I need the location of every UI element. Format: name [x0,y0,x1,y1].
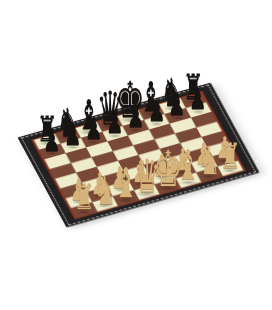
chess-board [18,83,260,228]
product-photo-canvas: ♜♞♝♛♚♝♞♜♟♟♟♟♟♟♟♟♟♟♟♟♟♟♟♟♜♞♝♛♚♝♞♜ [0,0,272,310]
squares-grid [34,92,243,217]
